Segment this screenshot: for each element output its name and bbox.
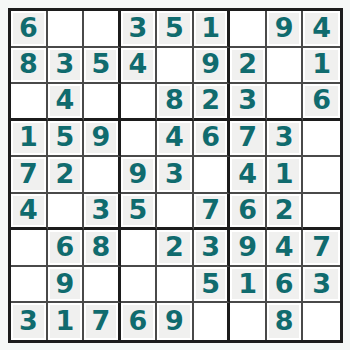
digit: 1 — [238, 270, 257, 299]
cell-r2c6[interactable]: 9 — [194, 48, 231, 85]
cell-r7c4[interactable] — [121, 230, 158, 267]
digit: 2 — [238, 50, 257, 79]
cell-r2c9[interactable]: 1 — [303, 48, 340, 85]
cell-r2c7[interactable]: 2 — [230, 48, 267, 85]
cell-r2c8[interactable] — [267, 48, 304, 85]
cell-r8c9[interactable]: 3 — [303, 267, 340, 304]
cell-r9c8[interactable]: 8 — [267, 303, 304, 340]
digit: 5 — [55, 123, 74, 152]
cell-r5c2[interactable]: 2 — [48, 157, 85, 194]
cell-r8c5[interactable] — [157, 267, 194, 304]
digit: 4 — [275, 233, 294, 262]
cell-r5c8[interactable]: 1 — [267, 157, 304, 194]
digit: 3 — [312, 270, 331, 299]
cell-r5c4[interactable]: 9 — [121, 157, 158, 194]
cell-r1c3[interactable] — [84, 11, 121, 48]
digit: 9 — [91, 123, 110, 152]
cell-r8c6[interactable]: 5 — [194, 267, 231, 304]
cell-r1c7[interactable] — [230, 11, 267, 48]
cell-r9c1[interactable]: 3 — [11, 303, 48, 340]
cell-r9c6[interactable] — [194, 303, 231, 340]
digit: 7 — [312, 233, 331, 262]
digit: 1 — [275, 160, 294, 189]
cell-r1c2[interactable] — [48, 11, 85, 48]
digit: 2 — [165, 233, 184, 262]
digit: 3 — [91, 196, 110, 225]
cell-r7c5[interactable]: 2 — [157, 230, 194, 267]
cell-r3c7[interactable]: 3 — [230, 84, 267, 121]
digit: 4 — [312, 14, 331, 43]
digit: 4 — [238, 160, 257, 189]
cell-r6c6[interactable]: 7 — [194, 194, 231, 231]
cell-r5c9[interactable] — [303, 157, 340, 194]
cell-r2c3[interactable]: 5 — [84, 48, 121, 85]
cell-r6c3[interactable]: 3 — [84, 194, 121, 231]
cell-r1c9[interactable]: 4 — [303, 11, 340, 48]
cell-r8c4[interactable] — [121, 267, 158, 304]
digit: 4 — [129, 50, 148, 79]
cell-r8c8[interactable]: 6 — [267, 267, 304, 304]
cell-r4c8[interactable]: 3 — [267, 121, 304, 158]
cell-r6c8[interactable]: 2 — [267, 194, 304, 231]
digit: 3 — [129, 14, 148, 43]
cell-r9c4[interactable]: 6 — [121, 303, 158, 340]
cell-r4c9[interactable] — [303, 121, 340, 158]
digit: 3 — [19, 307, 38, 336]
cell-r5c6[interactable] — [194, 157, 231, 194]
cell-r1c6[interactable]: 1 — [194, 11, 231, 48]
cell-r4c3[interactable]: 9 — [84, 121, 121, 158]
digit: 9 — [238, 233, 257, 262]
cell-r7c7[interactable]: 9 — [230, 230, 267, 267]
cell-r2c4[interactable]: 4 — [121, 48, 158, 85]
cell-r3c9[interactable]: 6 — [303, 84, 340, 121]
cell-r3c1[interactable] — [11, 84, 48, 121]
digit: 7 — [91, 307, 110, 336]
digit: 3 — [165, 160, 184, 189]
cell-r4c1[interactable]: 1 — [11, 121, 48, 158]
cell-r3c4[interactable] — [121, 84, 158, 121]
cell-r3c6[interactable]: 2 — [194, 84, 231, 121]
digit: 6 — [55, 233, 74, 262]
cell-r9c9[interactable] — [303, 303, 340, 340]
digit: 8 — [275, 307, 294, 336]
digit: 2 — [201, 86, 220, 115]
digit: 8 — [165, 86, 184, 115]
cell-r7c3[interactable]: 8 — [84, 230, 121, 267]
digit: 7 — [19, 160, 38, 189]
cell-r6c9[interactable] — [303, 194, 340, 231]
cell-r7c2[interactable]: 6 — [48, 230, 85, 267]
cell-r3c5[interactable]: 8 — [157, 84, 194, 121]
cell-r5c3[interactable] — [84, 157, 121, 194]
digit: 6 — [19, 14, 38, 43]
digit: 5 — [91, 50, 110, 79]
digit: 4 — [19, 196, 38, 225]
cell-r4c2[interactable]: 5 — [48, 121, 85, 158]
cell-r7c8[interactable]: 4 — [267, 230, 304, 267]
cell-r6c4[interactable]: 5 — [121, 194, 158, 231]
digit: 2 — [275, 196, 294, 225]
digit: 7 — [201, 196, 220, 225]
cell-r2c1[interactable]: 8 — [11, 48, 48, 85]
cell-r9c3[interactable]: 7 — [84, 303, 121, 340]
cell-r4c4[interactable] — [121, 121, 158, 158]
digit: 8 — [19, 50, 38, 79]
digit: 5 — [129, 196, 148, 225]
digit: 6 — [275, 270, 294, 299]
cell-r6c1[interactable]: 4 — [11, 194, 48, 231]
cell-r3c8[interactable] — [267, 84, 304, 121]
digit: 9 — [129, 160, 148, 189]
digit: 9 — [275, 14, 294, 43]
cell-r2c5[interactable] — [157, 48, 194, 85]
sudoku-board: 6351948354921482361594673729341435762682… — [8, 8, 343, 343]
cell-r8c1[interactable] — [11, 267, 48, 304]
digit: 1 — [55, 307, 74, 336]
cell-r8c7[interactable]: 1 — [230, 267, 267, 304]
digit: 3 — [55, 50, 74, 79]
digit: 3 — [275, 123, 294, 152]
cell-r3c2[interactable]: 4 — [48, 84, 85, 121]
page: 6351948354921482361594673729341435762682… — [0, 0, 350, 350]
digit: 3 — [201, 233, 220, 262]
digit: 6 — [312, 86, 331, 115]
cell-r9c2[interactable]: 1 — [48, 303, 85, 340]
cell-r1c4[interactable]: 3 — [121, 11, 158, 48]
cell-r4c6[interactable]: 6 — [194, 121, 231, 158]
cell-r1c5[interactable]: 5 — [157, 11, 194, 48]
cell-r1c1[interactable]: 6 — [11, 11, 48, 48]
digit: 7 — [238, 123, 257, 152]
digit: 1 — [19, 123, 38, 152]
digit: 2 — [55, 160, 74, 189]
cell-r4c5[interactable]: 4 — [157, 121, 194, 158]
digit: 5 — [201, 270, 220, 299]
cell-r5c5[interactable]: 3 — [157, 157, 194, 194]
cell-r4c7[interactable]: 7 — [230, 121, 267, 158]
digit: 9 — [55, 270, 74, 299]
cell-r7c1[interactable] — [11, 230, 48, 267]
digit: 1 — [201, 14, 220, 43]
cell-r8c3[interactable] — [84, 267, 121, 304]
digit: 8 — [91, 233, 110, 262]
cell-r5c1[interactable]: 7 — [11, 157, 48, 194]
digit: 9 — [165, 307, 184, 336]
cell-r1c8[interactable]: 9 — [267, 11, 304, 48]
cell-r6c7[interactable]: 6 — [230, 194, 267, 231]
cell-r9c7[interactable] — [230, 303, 267, 340]
cell-r7c9[interactable]: 7 — [303, 230, 340, 267]
cell-r5c7[interactable]: 4 — [230, 157, 267, 194]
digit: 3 — [238, 86, 257, 115]
cell-r3c3[interactable] — [84, 84, 121, 121]
digit: 6 — [201, 123, 220, 152]
cell-r2c2[interactable]: 3 — [48, 48, 85, 85]
digit: 4 — [55, 86, 74, 115]
digit: 6 — [129, 307, 148, 336]
digit: 6 — [238, 196, 257, 225]
digit: 9 — [201, 50, 220, 79]
digit: 1 — [312, 50, 331, 79]
cell-r6c5[interactable] — [157, 194, 194, 231]
cell-r9c5[interactable]: 9 — [157, 303, 194, 340]
cell-r6c2[interactable] — [48, 194, 85, 231]
cell-r7c6[interactable]: 3 — [194, 230, 231, 267]
digit: 5 — [165, 14, 184, 43]
cell-r8c2[interactable]: 9 — [48, 267, 85, 304]
digit: 4 — [165, 123, 184, 152]
